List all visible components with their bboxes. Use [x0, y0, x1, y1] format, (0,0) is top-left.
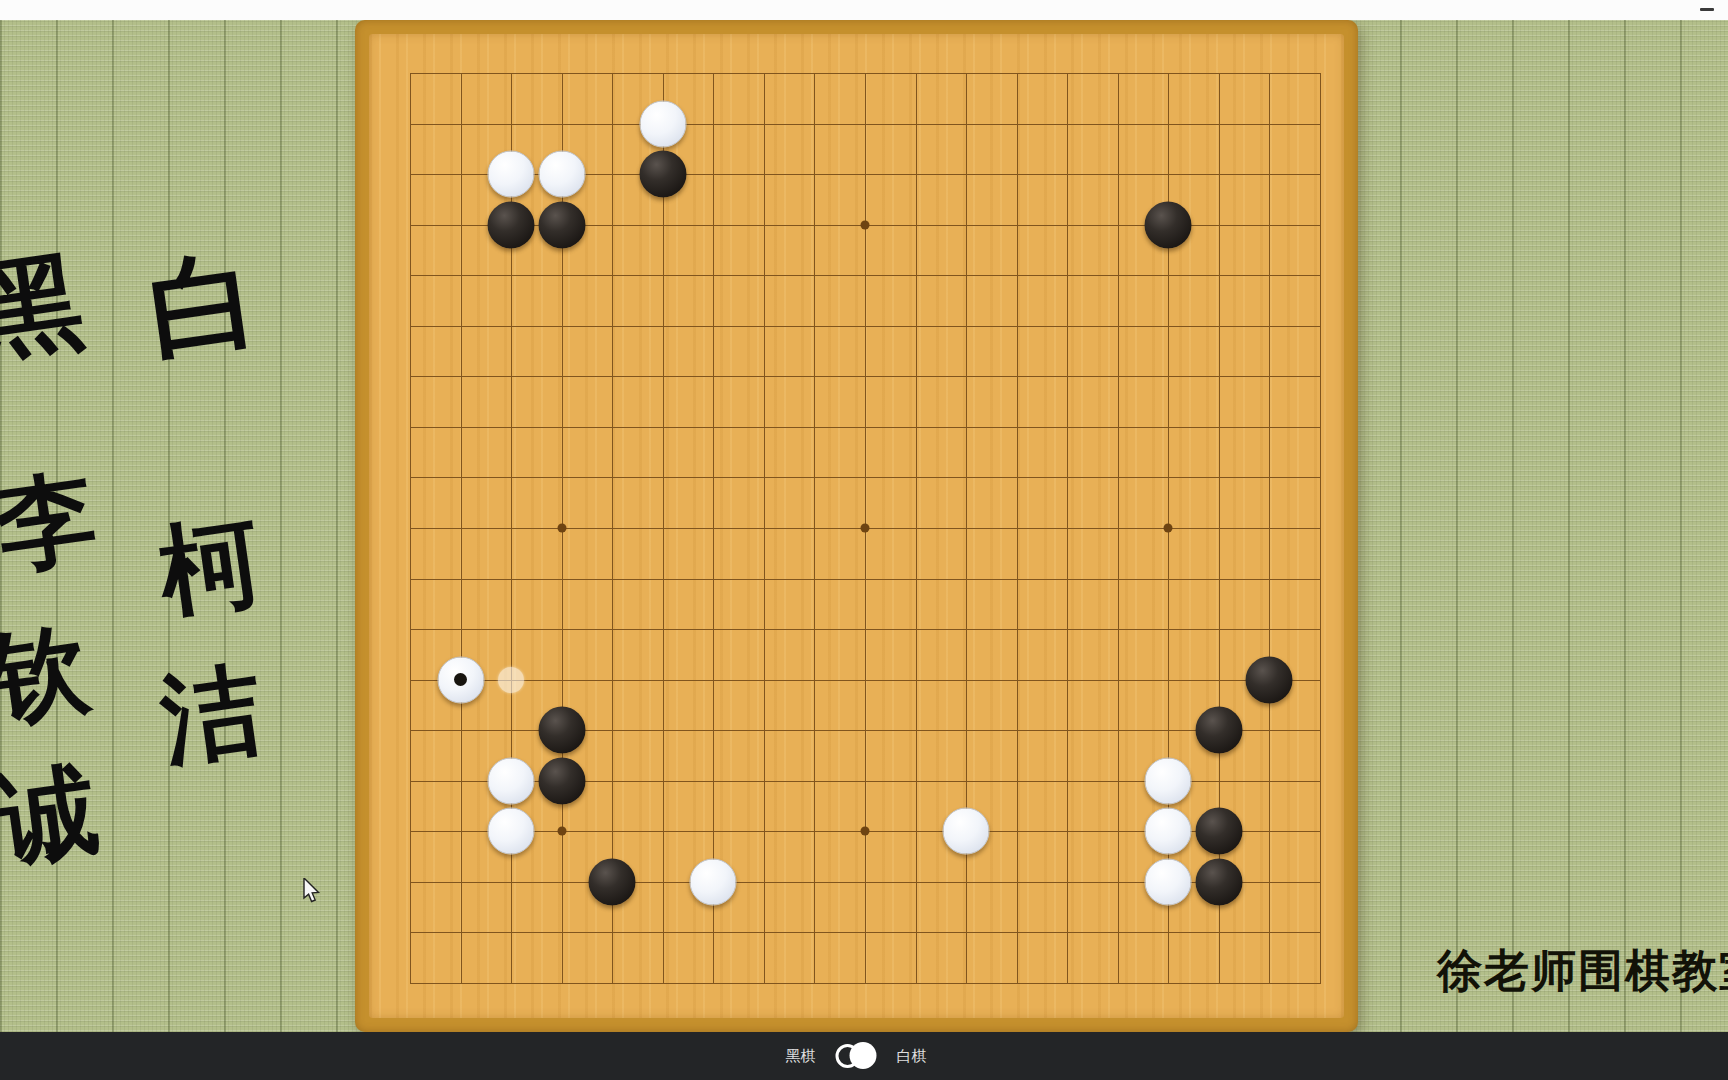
- stone-color-toggle[interactable]: [836, 1042, 877, 1070]
- white-stone: [488, 151, 535, 198]
- board-grid[interactable]: [410, 73, 1320, 983]
- grid-line: [410, 629, 1321, 630]
- black-stone: [488, 201, 535, 248]
- grid-line: [1067, 73, 1068, 984]
- white-stone: [488, 808, 535, 855]
- black-stone: [1145, 201, 1192, 248]
- star-point: [861, 827, 870, 836]
- grid-line: [1320, 73, 1321, 984]
- white-stone: [943, 808, 990, 855]
- star-point: [557, 524, 566, 533]
- black-player-name-char: 李: [0, 466, 102, 579]
- ghost-stone-preview: [498, 667, 524, 693]
- star-point: [861, 524, 870, 533]
- stone-color-toggle-group: 黑棋 白棋: [786, 1032, 927, 1080]
- star-point: [1164, 524, 1173, 533]
- go-board: [355, 20, 1358, 1032]
- black-stone: [1195, 808, 1242, 855]
- black-stone: [639, 151, 686, 198]
- black-stone: [1195, 858, 1242, 905]
- white-player-label: 白: [142, 244, 264, 366]
- star-point: [557, 827, 566, 836]
- mouse-cursor-icon: [303, 878, 323, 904]
- black-stone: [589, 858, 636, 905]
- white-stone: [1145, 858, 1192, 905]
- white-stone-knob-icon: [850, 1042, 877, 1069]
- black-stone: [538, 201, 585, 248]
- white-player-name-char: 柯: [154, 511, 267, 624]
- black-player-name-char: 诚: [0, 759, 104, 872]
- black-player-label: 黑: [0, 246, 89, 368]
- white-player-name-char: 洁: [156, 659, 269, 772]
- white-stone: [488, 757, 535, 804]
- white-stone-last-move: [437, 656, 484, 703]
- bottom-bar: 黑棋 白棋: [0, 1032, 1728, 1080]
- grid-line: [410, 983, 1321, 984]
- white-stone: [690, 858, 737, 905]
- white-stone: [639, 100, 686, 147]
- window-title-strip: [0, 0, 1728, 20]
- last-move-marker: [454, 673, 467, 686]
- grid-line: [1017, 73, 1018, 984]
- black-player-name-char: 钦: [0, 618, 94, 731]
- white-stones-label: 白棋: [897, 1049, 927, 1064]
- grid-line: [1269, 73, 1270, 984]
- black-stone: [1195, 707, 1242, 754]
- grid-line: [410, 579, 1321, 580]
- white-stone: [1145, 757, 1192, 804]
- grid-line: [916, 73, 917, 984]
- star-point: [861, 220, 870, 229]
- grid-line: [1118, 73, 1119, 984]
- go-app-window: { "game": "Go (weiqi), 19x19 board", "wi…: [0, 0, 1728, 1080]
- black-stones-label: 黑棋: [786, 1049, 816, 1064]
- black-stone: [1246, 656, 1293, 703]
- white-stone: [538, 151, 585, 198]
- board-surface[interactable]: [369, 34, 1344, 1018]
- black-stone: [538, 757, 585, 804]
- minimize-icon[interactable]: [1700, 8, 1714, 11]
- grid-line: [410, 932, 1321, 933]
- grid-line: [410, 680, 1321, 681]
- white-stone: [1145, 808, 1192, 855]
- black-stone: [538, 707, 585, 754]
- watermark-text: 徐老师围棋教室: [1437, 941, 1728, 1001]
